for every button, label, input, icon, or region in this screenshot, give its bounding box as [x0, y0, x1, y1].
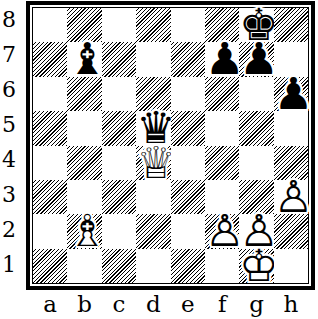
square-c8[interactable] — [102, 8, 136, 42]
square-h1[interactable] — [274, 249, 308, 283]
piece-black-bishop[interactable]: ♝♝ — [67, 42, 101, 76]
file-label-g: g — [239, 291, 273, 317]
rank-labels: 87654321 — [0, 2, 18, 282]
square-b3[interactable] — [67, 180, 101, 214]
white-pawn-glyph: ♙ — [274, 180, 308, 214]
piece-black-queen[interactable]: ♛♛ — [136, 111, 170, 145]
board-grid: ♚♚♝♝♟♟♟♟♟♟♛♛♛♕♟♙♝♗♟♙♟♙♚♔ — [33, 8, 308, 283]
square-g2[interactable]: ♟♙ — [239, 214, 273, 248]
square-b2[interactable]: ♝♗ — [67, 214, 101, 248]
square-d1[interactable] — [136, 249, 170, 283]
square-f3[interactable] — [205, 180, 239, 214]
square-a4[interactable] — [33, 146, 67, 180]
square-h8[interactable] — [274, 8, 308, 42]
square-b6[interactable] — [67, 77, 101, 111]
white-queen-glyph: ♕ — [136, 146, 170, 180]
square-a2[interactable] — [33, 214, 67, 248]
square-c3[interactable] — [102, 180, 136, 214]
square-h4[interactable] — [274, 146, 308, 180]
square-e7[interactable] — [171, 42, 205, 76]
square-e1[interactable] — [171, 249, 205, 283]
square-b7[interactable]: ♝♝ — [67, 42, 101, 76]
square-c4[interactable] — [102, 146, 136, 180]
black-king-glyph: ♚ — [239, 8, 273, 42]
piece-black-pawn[interactable]: ♟♟ — [239, 42, 273, 76]
white-king-glyph: ♔ — [239, 249, 273, 283]
black-queen-glyph: ♛ — [136, 111, 170, 145]
square-d2[interactable] — [136, 214, 170, 248]
square-b8[interactable] — [67, 8, 101, 42]
white-pawn-glyph: ♙ — [205, 214, 239, 248]
square-h2[interactable] — [274, 214, 308, 248]
square-c5[interactable] — [102, 111, 136, 145]
rank-label-1: 1 — [0, 247, 18, 282]
file-label-c: c — [102, 291, 136, 317]
square-g3[interactable] — [239, 180, 273, 214]
square-b4[interactable] — [67, 146, 101, 180]
piece-halo: ♝ — [67, 214, 101, 248]
square-d8[interactable] — [136, 8, 170, 42]
piece-black-pawn[interactable]: ♟♟ — [274, 77, 308, 111]
square-e8[interactable] — [171, 8, 205, 42]
piece-white-pawn[interactable]: ♟♙ — [239, 214, 273, 248]
piece-halo: ♟ — [239, 214, 273, 248]
square-g4[interactable] — [239, 146, 273, 180]
square-e3[interactable] — [171, 180, 205, 214]
board-frame-inner-line: ♚♚♝♝♟♟♟♟♟♟♛♛♛♕♟♙♝♗♟♙♟♙♚♔ — [32, 7, 309, 284]
square-c1[interactable] — [102, 249, 136, 283]
white-pawn-glyph: ♙ — [239, 214, 273, 248]
piece-halo: ♚ — [239, 8, 273, 42]
piece-white-queen[interactable]: ♛♕ — [136, 146, 170, 180]
rank-label-8: 8 — [0, 2, 18, 37]
square-d5[interactable]: ♛♛ — [136, 111, 170, 145]
rank-label-3: 3 — [0, 177, 18, 212]
chess-board: ♚♚♝♝♟♟♟♟♟♟♛♛♛♕♟♙♝♗♟♙♟♙♚♔ — [26, 1, 315, 290]
rank-label-6: 6 — [0, 72, 18, 107]
black-pawn-glyph: ♟ — [205, 42, 239, 76]
rank-label-5: 5 — [0, 107, 18, 142]
piece-halo: ♟ — [239, 42, 273, 76]
square-g6[interactable] — [239, 77, 273, 111]
square-a5[interactable] — [33, 111, 67, 145]
square-d4[interactable]: ♛♕ — [136, 146, 170, 180]
square-g1[interactable]: ♚♔ — [239, 249, 273, 283]
square-h6[interactable]: ♟♟ — [274, 77, 308, 111]
square-b5[interactable] — [67, 111, 101, 145]
square-a3[interactable] — [33, 180, 67, 214]
square-f1[interactable] — [205, 249, 239, 283]
piece-white-bishop[interactable]: ♝♗ — [67, 214, 101, 248]
file-label-e: e — [171, 291, 205, 317]
square-f8[interactable] — [205, 8, 239, 42]
square-f2[interactable]: ♟♙ — [205, 214, 239, 248]
file-label-a: a — [33, 291, 67, 317]
piece-white-pawn[interactable]: ♟♙ — [274, 180, 308, 214]
white-bishop-glyph: ♗ — [67, 214, 101, 248]
square-a1[interactable] — [33, 249, 67, 283]
square-a8[interactable] — [33, 8, 67, 42]
square-d3[interactable] — [136, 180, 170, 214]
piece-white-pawn[interactable]: ♟♙ — [205, 214, 239, 248]
file-labels: abcdefgh — [33, 291, 308, 317]
piece-halo: ♛ — [136, 146, 170, 180]
rank-label-4: 4 — [0, 142, 18, 177]
square-e5[interactable] — [171, 111, 205, 145]
square-h7[interactable] — [274, 42, 308, 76]
chess-diagram: 87654321 ♚♚♝♝♟♟♟♟♟♟♛♛♛♕♟♙♝♗♟♙♟♙♚♔ abcdef… — [0, 0, 318, 319]
rank-label-2: 2 — [0, 212, 18, 247]
piece-halo: ♟ — [274, 77, 308, 111]
square-e6[interactable] — [171, 77, 205, 111]
square-d6[interactable] — [136, 77, 170, 111]
rank-label-7: 7 — [0, 37, 18, 72]
square-h5[interactable] — [274, 111, 308, 145]
piece-black-king[interactable]: ♚♚ — [239, 8, 273, 42]
square-e2[interactable] — [171, 214, 205, 248]
square-c6[interactable] — [102, 77, 136, 111]
file-label-f: f — [205, 291, 239, 317]
piece-halo: ♟ — [205, 42, 239, 76]
piece-halo: ♛ — [136, 111, 170, 145]
square-g5[interactable] — [239, 111, 273, 145]
square-f4[interactable] — [205, 146, 239, 180]
file-label-h: h — [274, 291, 308, 317]
file-label-d: d — [136, 291, 170, 317]
piece-halo: ♚ — [239, 249, 273, 283]
black-pawn-glyph: ♟ — [274, 77, 308, 111]
square-f7[interactable]: ♟♟ — [205, 42, 239, 76]
piece-halo: ♟ — [274, 180, 308, 214]
piece-halo: ♟ — [205, 214, 239, 248]
square-c7[interactable] — [102, 42, 136, 76]
square-f6[interactable] — [205, 77, 239, 111]
square-a6[interactable] — [33, 77, 67, 111]
square-g7[interactable]: ♟♟ — [239, 42, 273, 76]
black-bishop-glyph: ♝ — [67, 42, 101, 76]
square-e4[interactable] — [171, 146, 205, 180]
file-label-b: b — [67, 291, 101, 317]
square-h3[interactable]: ♟♙ — [274, 180, 308, 214]
black-pawn-glyph: ♟ — [239, 42, 273, 76]
piece-white-king[interactable]: ♚♔ — [239, 249, 273, 283]
square-g8[interactable]: ♚♚ — [239, 8, 273, 42]
square-a7[interactable] — [33, 42, 67, 76]
piece-halo: ♝ — [67, 42, 101, 76]
square-b1[interactable] — [67, 249, 101, 283]
square-c2[interactable] — [102, 214, 136, 248]
square-d7[interactable] — [136, 42, 170, 76]
piece-black-pawn[interactable]: ♟♟ — [205, 42, 239, 76]
square-f5[interactable] — [205, 111, 239, 145]
